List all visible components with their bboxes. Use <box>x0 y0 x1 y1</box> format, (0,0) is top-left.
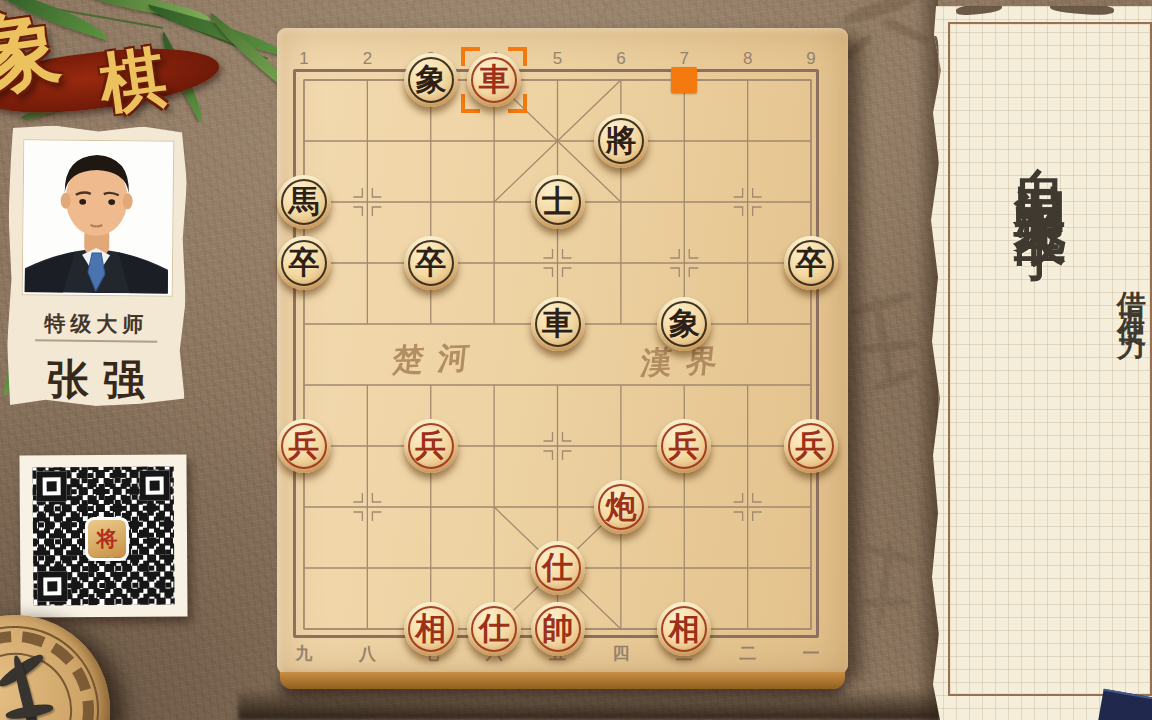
piece-glyph: 士 <box>531 175 585 229</box>
torn-paper-bit <box>1050 1 1115 16</box>
piece-glyph: 仕 <box>531 541 585 595</box>
qr-finder-icon <box>140 471 170 501</box>
torn-paper-bit <box>956 2 1003 17</box>
piece-black-soldier-b[interactable]: 卒 <box>404 236 458 290</box>
file-label-bottom-6: 四 <box>605 642 637 665</box>
piece-glyph: 兵 <box>657 419 711 473</box>
piece-glyph: 炮 <box>594 480 648 534</box>
piece-glyph: 將 <box>594 114 648 168</box>
piece-red-chariot[interactable]: 車 <box>467 53 521 107</box>
proverb-subtitle: 借力使力 <box>1112 268 1152 320</box>
piece-glyph: 帥 <box>531 602 585 656</box>
master-portrait-photo <box>22 139 175 297</box>
piece-red-general[interactable]: 帥 <box>531 602 585 656</box>
piece-glyph: 相 <box>404 602 458 656</box>
file-label-top-6: 6 <box>605 49 637 69</box>
piece-black-chariot[interactable]: 車 <box>531 297 585 351</box>
piece-black-elephant-b[interactable]: 象 <box>657 297 711 351</box>
logo-character-2: 棋 <box>94 32 172 130</box>
xiangqi-board[interactable]: 123456789九八七六五四三二一 楚河 漢界 象車將馬士卒卒卒車象兵兵兵兵炮… <box>277 28 848 674</box>
file-label-top-8: 8 <box>732 49 764 69</box>
piece-glyph: 象 <box>404 53 458 107</box>
qr-finder-icon <box>37 471 67 501</box>
piece-glyph: 車 <box>467 53 521 107</box>
piece-black-elephant-a[interactable]: 象 <box>404 53 458 107</box>
river-text-left: 楚河 <box>391 336 486 381</box>
app-logo: 象 棋 <box>0 0 324 146</box>
file-label-top-5: 5 <box>542 49 574 69</box>
piece-red-soldier-d[interactable]: 兵 <box>784 419 838 473</box>
qr-code: 将 <box>33 467 175 606</box>
master-name: 张强 <box>7 351 186 409</box>
piece-red-advisor-a[interactable]: 仕 <box>531 541 585 595</box>
piece-red-cannon[interactable]: 炮 <box>594 480 648 534</box>
piece-glyph: 卒 <box>784 236 838 290</box>
piece-glyph: 兵 <box>784 419 838 473</box>
piece-black-general[interactable]: 將 <box>594 114 648 168</box>
piece-black-soldier-c[interactable]: 卒 <box>784 236 838 290</box>
piece-red-advisor-b[interactable]: 仕 <box>467 602 521 656</box>
file-label-top-1: 1 <box>288 49 320 69</box>
file-label-top-9: 9 <box>795 49 827 69</box>
file-label-bottom-9: 一 <box>795 642 827 665</box>
qr-card: 将 <box>19 454 187 617</box>
piece-glyph: 兵 <box>404 419 458 473</box>
piece-glyph: 兵 <box>277 419 331 473</box>
piece-red-soldier-c[interactable]: 兵 <box>657 419 711 473</box>
piece-glyph: 仕 <box>467 602 521 656</box>
piece-red-soldier-a[interactable]: 兵 <box>277 419 331 473</box>
piece-glyph: 馬 <box>277 175 331 229</box>
piece-glyph: 卒 <box>277 236 331 290</box>
file-label-top-2: 2 <box>351 49 383 69</box>
file-label-bottom-2: 八 <box>351 642 383 665</box>
table-shadow <box>238 688 942 720</box>
piece-black-advisor[interactable]: 士 <box>531 175 585 229</box>
scroll-border <box>948 22 1152 696</box>
master-rank-label: 特级大师 <box>7 309 185 339</box>
piece-red-elephant-a[interactable]: 相 <box>404 602 458 656</box>
proverb-title: 自出洞来无敌手 <box>1004 126 1074 196</box>
piece-black-horse[interactable]: 馬 <box>277 175 331 229</box>
piece-glyph: 象 <box>657 297 711 351</box>
divider <box>35 339 157 342</box>
portrait-illustration <box>23 140 172 294</box>
app-icon: 将 <box>85 517 129 561</box>
file-label-bottom-1: 九 <box>288 642 320 665</box>
piece-glyph: 卒 <box>404 236 458 290</box>
piece-glyph: 相 <box>657 602 711 656</box>
proverb-scroll-panel: 自出洞来无敌手 借力使力 <box>930 6 1152 720</box>
piece-black-soldier-a[interactable]: 卒 <box>277 236 331 290</box>
piece-red-soldier-b[interactable]: 兵 <box>404 419 458 473</box>
piece-glyph: 車 <box>531 297 585 351</box>
piece-red-elephant-b[interactable]: 相 <box>657 602 711 656</box>
qr-finder-icon <box>37 571 67 601</box>
file-label-bottom-8: 二 <box>732 642 764 665</box>
move-from-marker <box>671 67 697 93</box>
xiangqi-broadcast-screen: 象 棋 <box>0 0 1152 720</box>
master-profile-card: 特级大师 张强 <box>7 125 188 407</box>
file-label-top-7: 7 <box>668 49 700 69</box>
